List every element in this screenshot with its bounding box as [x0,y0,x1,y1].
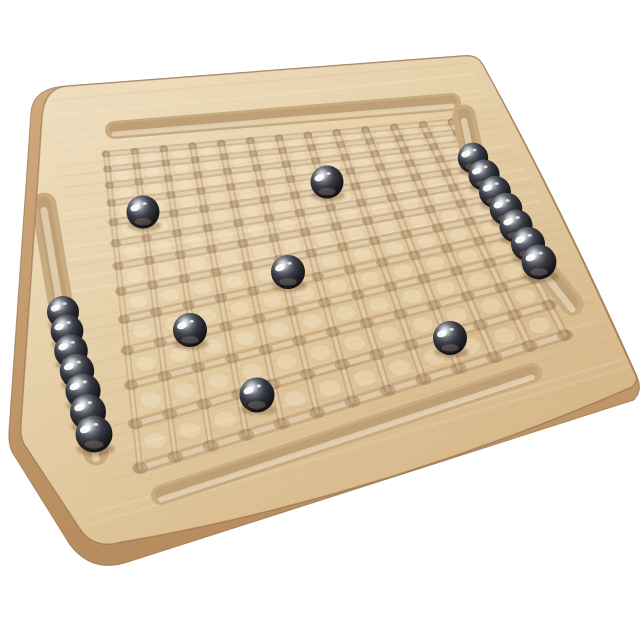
grid-dimple-point[interactable] [105,182,115,190]
wood-bump [186,235,203,247]
grid-dimple-point[interactable] [285,306,298,316]
grid-dimple-point[interactable] [159,145,168,152]
grid-dimple-point[interactable] [345,396,361,408]
grid-dimple-point[interactable] [345,167,355,175]
wood-bump [378,222,395,234]
grid-dimple-point[interactable] [294,209,305,217]
grid-dimple-point[interactable] [282,161,292,169]
grid-dimple-point[interactable] [405,159,415,167]
marble-glint-small [83,380,88,383]
grid-dimple-point[interactable] [326,327,340,338]
wood-bump [379,327,399,342]
wood-bump [263,294,282,307]
wood-bump [284,391,305,407]
wood-bump [155,241,172,253]
marble-bounce-light [441,344,459,351]
wood-bump [310,214,327,226]
grid-dimple-point[interactable] [360,318,374,329]
wood-bump [469,273,488,287]
grid-dimple-point[interactable] [108,218,119,226]
grid-dimple-point[interactable] [331,222,343,231]
wood-bump [213,210,229,222]
marble-glint-small [63,302,67,305]
grid-dimple-point[interactable] [351,290,364,300]
grid-dimple-point[interactable] [424,132,433,139]
marble-glint-small [516,216,520,219]
wood-bump [147,183,162,194]
wood-bump [336,306,355,320]
wood-bump [369,298,388,312]
grid-dimple-point[interactable] [242,261,254,270]
grid-dimple-point[interactable] [486,351,502,363]
wood-bump [529,318,550,334]
grid-dimple-point[interactable] [275,135,284,142]
grid-dimple-point[interactable] [305,249,317,258]
grid-dimple-point[interactable] [199,205,210,213]
grid-dimple-point[interactable] [309,407,325,419]
grid-dimple-point[interactable] [408,251,421,261]
grid-dimple-point[interactable] [344,265,357,275]
grid-dimple-point[interactable] [325,204,336,212]
marble-glint-small [67,321,71,324]
wood-bump [180,197,195,208]
grid-dimple-point[interactable] [307,144,316,151]
grid-dimple-point[interactable] [473,319,488,330]
wood-bump [503,264,522,278]
grid-dimple-point[interactable] [362,216,374,225]
grid-dimple-point[interactable] [264,214,275,222]
wood-bump [127,270,144,282]
grid-dimple-point[interactable] [311,272,324,282]
marble-bounce-light [318,188,335,195]
grid-dimple-point[interactable] [191,362,205,373]
wood-bump [175,164,190,174]
wood-bump [208,374,228,389]
grid-dimple-point[interactable] [237,239,249,248]
wood-bump [145,167,160,177]
grid-dimple-point[interactable] [103,166,112,173]
grid-dimple-point[interactable] [361,127,370,134]
marble-glint-small [495,182,499,185]
grid-dimple-point[interactable] [384,282,397,292]
wood-bump [344,336,364,351]
grid-dimple-point[interactable] [172,229,183,237]
wood-bump [236,331,255,345]
grid-dimple-point[interactable] [365,138,374,145]
wood-bump [303,314,322,328]
grid-dimple-point[interactable] [429,143,439,151]
grid-dimple-point[interactable] [193,171,203,179]
grid-dimple-point[interactable] [202,224,213,232]
grid-dimple-point[interactable] [226,183,236,191]
grid-dimple-point[interactable] [464,217,476,226]
grid-dimple-point[interactable] [132,162,141,169]
grid-dimple-point[interactable] [249,150,258,157]
wood-bump [190,258,207,270]
grid-dimple-point[interactable] [411,173,422,181]
grid-dimple-point[interactable] [542,299,557,310]
grid-dimple-point[interactable] [178,274,190,283]
grid-dimple-point[interactable] [215,293,228,303]
wood-bump [116,170,131,180]
grid-dimple-point[interactable] [400,230,412,239]
game-board-photo [0,0,640,640]
grid-dimple-point[interactable] [432,223,444,232]
wood-bump [244,205,260,217]
marble-glint-small [93,423,98,426]
wood-bump [410,216,427,228]
grid-dimple-point[interactable] [404,339,419,350]
grid-dimple-point[interactable] [415,373,431,385]
grid-dimple-point[interactable] [196,187,206,195]
grid-dimple-point[interactable] [225,353,239,364]
grid-dimple-point[interactable] [522,340,538,352]
grid-dimple-point[interactable] [252,164,262,172]
grid-dimple-point[interactable] [356,199,367,207]
marble-glint-small [71,341,75,344]
wood-bump [418,235,436,248]
wood-bump [315,234,332,246]
grid-dimple-point[interactable] [424,205,436,214]
wood-bump [389,359,410,375]
grid-dimple-point[interactable] [451,362,467,374]
wood-bump [354,370,375,386]
grid-dimple-point[interactable] [455,199,467,208]
wood-bump [242,364,262,379]
wood-bump [310,345,330,360]
wood-bump [276,355,296,370]
wood-bump [252,246,269,258]
grid-dimple-point[interactable] [274,418,290,430]
grid-dimple-point[interactable] [335,359,350,370]
wood-bump [322,255,340,268]
wood-bump [269,323,288,337]
wood-bump [136,356,155,370]
wood-bump [494,328,515,344]
grid-dimple-point[interactable] [390,124,399,131]
marble-glint-small [538,251,543,254]
wood-bump [354,249,372,262]
grid-dimple-point[interactable] [370,150,380,158]
grid-dimple-point[interactable] [147,280,159,289]
grid-dimple-point[interactable] [144,256,156,265]
wood-bump [226,275,244,288]
wood-bump [179,422,200,438]
marble-bounce-light [248,401,266,409]
grid-dimple-point[interactable] [286,175,296,183]
marble-glint-small [450,328,454,331]
marble-glint-small [190,320,194,323]
grid-dimple-point[interactable] [419,121,428,128]
grid-dimple-point[interactable] [162,408,177,419]
grid-dimple-point[interactable] [229,200,240,208]
grid-dimple-point[interactable] [387,194,398,202]
wood-bump [361,272,380,285]
grid-dimple-point[interactable] [217,140,226,147]
wood-bump [319,380,340,396]
grid-dimple-point[interactable] [376,258,389,268]
wood-bump [133,324,152,337]
grid-dimple-point[interactable] [223,168,233,176]
grid-dimple-point[interactable] [166,191,176,199]
marble-glint-small [506,199,510,202]
grid-dimple-point[interactable] [369,236,381,245]
grid-dimple-point[interactable] [400,147,410,155]
grid-dimple-point[interactable] [141,234,152,242]
grid-dimple-point[interactable] [441,169,452,177]
product-photo-board-game [0,0,640,640]
marble-glint-small [528,234,532,237]
grid-dimple-point[interactable] [394,135,403,142]
grid-dimple-point[interactable] [369,349,384,360]
grid-dimple-point[interactable] [219,321,232,331]
marble-bounce-light [134,218,151,225]
grid-dimple-point[interactable] [300,369,315,380]
grid-dimple-point[interactable] [435,155,445,163]
grid-dimple-point[interactable] [154,337,167,347]
grid-dimple-point[interactable] [417,274,430,284]
grid-dimple-point[interactable] [158,371,172,382]
wood-bump [459,249,478,262]
marble-bounce-light [530,268,548,276]
wood-bump [274,201,290,213]
wood-bump [240,188,255,199]
wood-bump [130,296,148,309]
wood-bump [174,383,194,398]
marble-glint-small [484,166,488,169]
grid-dimple-point[interactable] [256,179,266,187]
grid-dimple-point[interactable] [417,188,428,196]
grid-dimple-point[interactable] [278,147,287,154]
wood-bump [394,264,413,277]
grid-dimple-point[interactable] [169,209,180,217]
grid-dimple-point[interactable] [112,262,124,271]
grid-dimple-point[interactable] [441,244,454,254]
wood-bump [217,230,234,242]
grid-dimple-point[interactable] [461,291,475,302]
wood-bump [221,252,238,264]
wood-bump [194,282,212,295]
wood-bump [158,264,175,276]
wood-bump [124,246,141,258]
grid-dimple-point[interactable] [300,228,312,237]
marble-glint-small [257,384,262,387]
grid-dimple-point[interactable] [311,157,321,165]
grid-dimple-point[interactable] [118,315,131,325]
grid-dimple-point[interactable] [197,398,212,409]
marble-bounce-light [181,336,199,343]
wood-bump [114,155,128,165]
grid-dimple-point[interactable] [124,380,138,391]
grid-dimple-point[interactable] [259,196,270,204]
grid-dimple-point[interactable] [507,309,522,320]
grid-dimple-point[interactable] [290,191,301,199]
grid-dimple-point[interactable] [381,178,392,186]
grid-dimple-point[interactable] [188,143,197,150]
grid-dimple-point[interactable] [110,239,121,247]
grid-dimple-point[interactable] [473,236,486,246]
grid-dimple-point[interactable] [303,132,312,139]
marble-glint-small [88,401,93,404]
wood-bump [248,225,265,237]
wood-bump [169,348,188,362]
wood-bump [347,228,364,240]
grid-dimple-point[interactable] [203,440,219,452]
grid-dimple-point[interactable] [246,137,255,144]
grid-dimple-point[interactable] [350,182,361,190]
wood-bump [270,184,285,195]
wood-bump [450,228,468,241]
grid-dimple-point[interactable] [393,211,405,220]
marble-glint-small [327,172,331,175]
grid-dimple-point[interactable] [557,329,573,341]
grid-dimple-point[interactable] [380,384,396,396]
grid-dimple-point[interactable] [106,199,116,207]
grid-dimple-point[interactable] [332,129,341,136]
grid-dimple-point[interactable] [336,141,345,148]
grid-dimple-point[interactable] [220,153,229,160]
grid-dimple-point[interactable] [130,148,139,155]
grid-dimple-point[interactable] [175,250,187,259]
grid-dimple-point[interactable] [268,233,280,242]
grid-dimple-point[interactable] [427,300,441,311]
grid-dimple-point[interactable] [161,159,170,166]
wood-bump [210,192,225,203]
wood-bump [144,433,165,449]
grid-dimple-point[interactable] [375,163,385,171]
wood-bump [386,242,404,255]
grid-dimple-point[interactable] [210,268,222,277]
grid-dimple-point[interactable] [450,266,463,276]
marble-bounce-light [279,278,297,285]
grid-dimple-point[interactable] [115,287,127,296]
grid-dimple-point[interactable] [164,175,174,183]
wood-bump [140,392,160,407]
grid-dimple-point[interactable] [134,178,144,186]
marble-glint-small [288,262,292,265]
wood-bump [481,299,501,314]
wood-bump [207,176,222,187]
grid-dimple-point[interactable] [206,245,218,254]
grid-dimple-point[interactable] [318,298,331,308]
grid-dimple-point[interactable] [292,335,306,346]
wood-bump [426,257,445,270]
grid-dimple-point[interactable] [259,344,273,355]
marble-glint-small [473,149,477,152]
grid-dimple-point[interactable] [337,242,349,251]
grid-dimple-point[interactable] [128,418,143,429]
wood-bump [284,240,301,252]
wood-bump [183,215,199,227]
wood-bump [436,281,455,295]
grid-dimple-point[interactable] [393,309,407,320]
wood-bump [403,289,422,303]
wood-bump [118,187,133,198]
grid-dimple-point[interactable] [190,156,199,163]
wood-bump [413,317,433,332]
grid-dimple-point[interactable] [233,219,244,227]
grid-dimple-point[interactable] [102,151,111,158]
grid-dimple-point[interactable] [132,462,148,474]
marble-glint-small [143,202,147,205]
wood-bump [177,180,192,191]
grid-dimple-point[interactable] [150,307,163,317]
wood-bump [231,302,250,315]
wood-bump [162,289,180,302]
wood-bump [515,289,535,304]
grid-dimple-point[interactable] [167,451,183,463]
wood-bump [214,412,235,428]
grid-dimple-point[interactable] [182,300,195,310]
grid-dimple-point[interactable] [252,313,265,323]
grid-dimple-point[interactable] [238,429,254,441]
wood-bump [341,208,358,220]
grid-dimple-point[interactable] [483,258,496,268]
grid-dimple-point[interactable] [341,154,351,162]
wood-bump [279,219,296,231]
grid-dimple-point[interactable] [247,286,260,296]
grid-dimple-point[interactable] [448,183,459,191]
wood-bump [328,279,347,292]
wood-bump [447,308,467,323]
grid-dimple-point[interactable] [494,282,508,293]
marble-bounce-light [84,441,103,449]
grid-dimple-point[interactable] [121,345,134,355]
marble-glint-small [77,361,81,364]
